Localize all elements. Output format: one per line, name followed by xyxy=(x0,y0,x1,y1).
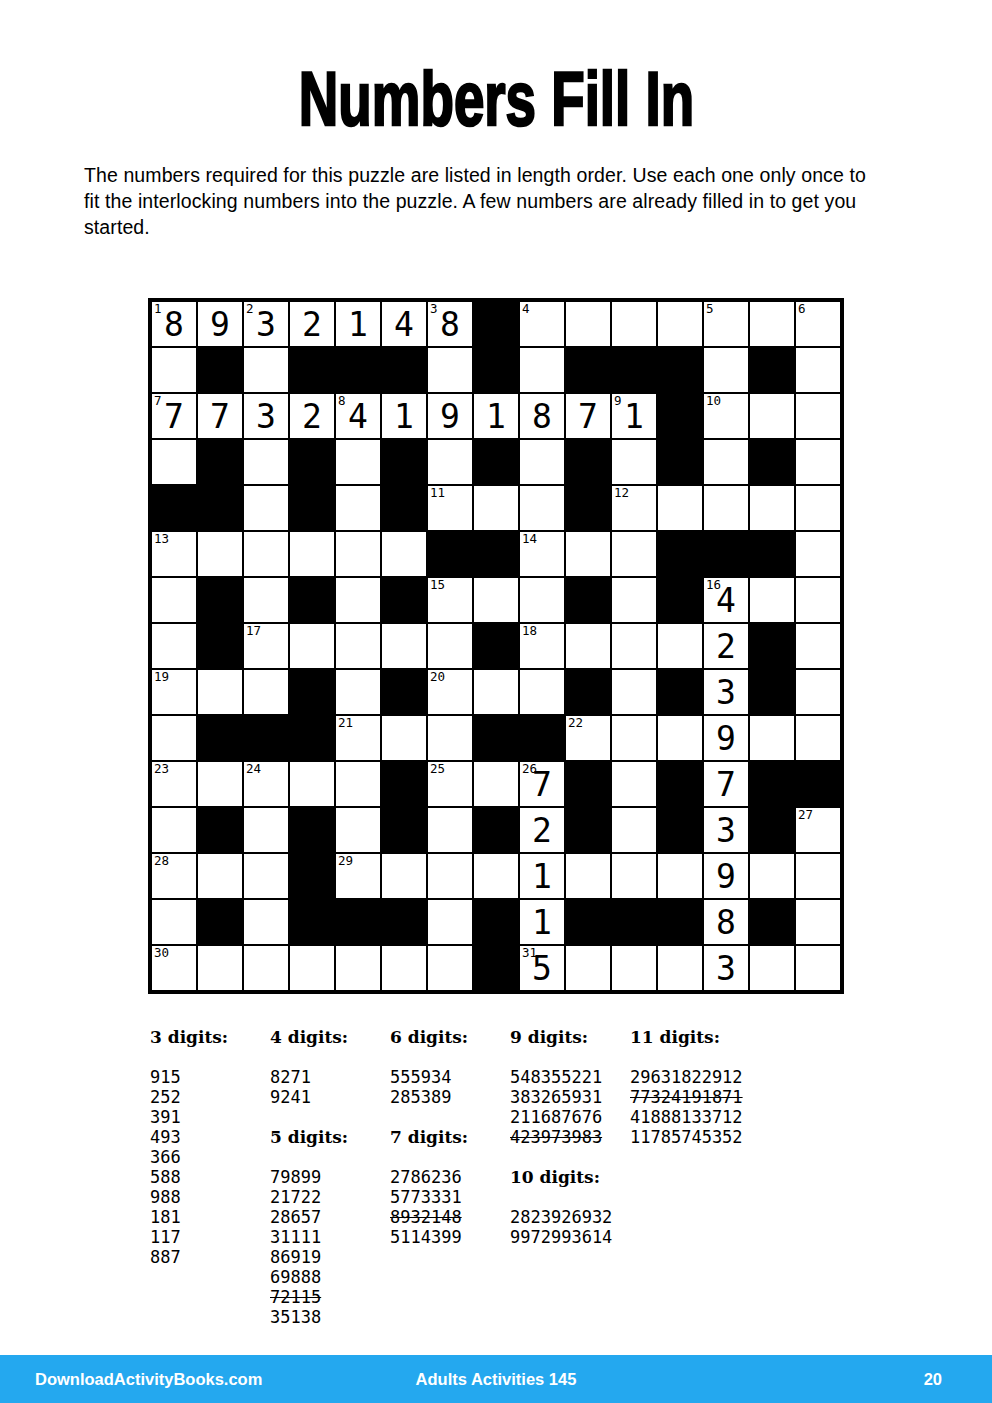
grid-cell-r2c3[interactable] xyxy=(243,347,289,393)
list-number: 21722 xyxy=(270,1187,390,1207)
grid-cell-r13c13[interactable]: 9 xyxy=(703,853,749,899)
grid-cell-r10c12[interactable] xyxy=(657,715,703,761)
grid-cell-r15c2[interactable] xyxy=(197,945,243,991)
grid-cell-r14c15[interactable] xyxy=(795,899,841,945)
grid-cell-r9c8[interactable] xyxy=(473,669,519,715)
grid-cell-r10c6[interactable] xyxy=(381,715,427,761)
cell-value: 7 xyxy=(198,394,242,438)
list-number-value: 5773331 xyxy=(390,1187,462,1207)
grid-cell-r10c11[interactable] xyxy=(611,715,657,761)
grid-cell-r5c6 xyxy=(381,485,427,531)
grid-cell-r4c7[interactable] xyxy=(427,439,473,485)
grid-cell-r4c3[interactable] xyxy=(243,439,289,485)
clue-number: 12 xyxy=(614,486,629,500)
grid-cell-r11c8[interactable] xyxy=(473,761,519,807)
grid-cell-r3c5[interactable]: 84 xyxy=(335,393,381,439)
list-number: 9972993614 xyxy=(510,1227,630,1247)
grid-cell-r6c14 xyxy=(749,531,795,577)
grid-cell-r8c10[interactable] xyxy=(565,623,611,669)
grid-cell-r10c9 xyxy=(519,715,565,761)
cell-value: 1 xyxy=(520,854,564,898)
grid-cell-r15c15[interactable] xyxy=(795,945,841,991)
grid-cell-r14c11 xyxy=(611,899,657,945)
grid-cell-r3c2[interactable]: 7 xyxy=(197,393,243,439)
grid-cell-r1c6[interactable]: 4 xyxy=(381,301,427,347)
grid-cell-r1c2[interactable]: 9 xyxy=(197,301,243,347)
grid-cell-r7c2 xyxy=(197,577,243,623)
grid-cell-r8c1[interactable] xyxy=(151,623,197,669)
grid-cell-r1c11[interactable] xyxy=(611,301,657,347)
cell-value: 3 xyxy=(704,808,748,852)
grid-cell-r5c4 xyxy=(289,485,335,531)
list-number: 9241 xyxy=(270,1087,390,1107)
grid-cell-r11c11[interactable] xyxy=(611,761,657,807)
clue-number: 14 xyxy=(522,532,537,546)
clue-number: 8 xyxy=(338,394,346,408)
grid-cell-r3c13[interactable]: 10 xyxy=(703,393,749,439)
grid-cell-r8c4[interactable] xyxy=(289,623,335,669)
grid-cell-r10c2 xyxy=(197,715,243,761)
clue-number: 28 xyxy=(154,854,169,868)
grid-cell-r4c4 xyxy=(289,439,335,485)
grid-cell-r9c7[interactable]: 20 xyxy=(427,669,473,715)
grid-cell-r1c1[interactable]: 18 xyxy=(151,301,197,347)
list-number-value: 181 xyxy=(150,1207,181,1227)
grid-cell-r1c15[interactable]: 6 xyxy=(795,301,841,347)
clue-number: 4 xyxy=(522,302,530,316)
cell-value: 2 xyxy=(290,302,334,346)
grid-cell-r7c8[interactable] xyxy=(473,577,519,623)
grid-cell-r13c11[interactable] xyxy=(611,853,657,899)
grid-cell-r12c13[interactable]: 3 xyxy=(703,807,749,853)
cell-value: 1 xyxy=(336,302,380,346)
grid-cell-r6c3[interactable] xyxy=(243,531,289,577)
grid-cell-r13c1[interactable]: 28 xyxy=(151,853,197,899)
grid-cell-r3c8[interactable]: 1 xyxy=(473,393,519,439)
grid-cell-r7c6 xyxy=(381,577,427,623)
list-number-crossed-out: 72115 xyxy=(270,1287,333,1307)
grid-cell-r14c10 xyxy=(565,899,611,945)
grid-cell-r15c4[interactable] xyxy=(289,945,335,991)
grid-cell-r15c5[interactable] xyxy=(335,945,381,991)
grid-cell-r15c9[interactable]: 315 xyxy=(519,945,565,991)
grid-cell-r2c4 xyxy=(289,347,335,393)
grid-cell-r6c10[interactable] xyxy=(565,531,611,577)
grid-cell-r14c1[interactable] xyxy=(151,899,197,945)
grid-cell-r6c12 xyxy=(657,531,703,577)
list-number-crossed-out: 8932148 xyxy=(390,1207,474,1227)
grid-cell-r5c3[interactable] xyxy=(243,485,289,531)
list-header: 4 digits: xyxy=(270,1027,390,1047)
grid-cell-r3c11[interactable]: 91 xyxy=(611,393,657,439)
grid-cell-r13c2[interactable] xyxy=(197,853,243,899)
grid-cell-r1c9[interactable]: 4 xyxy=(519,301,565,347)
grid-cell-r12c11[interactable] xyxy=(611,807,657,853)
list-number-value: 988 xyxy=(150,1187,181,1207)
grid-cell-r5c10 xyxy=(565,485,611,531)
list-header: 5 digits: xyxy=(270,1127,390,1147)
grid-cell-r1c14[interactable] xyxy=(749,301,795,347)
list-number: 383265931 xyxy=(510,1087,630,1107)
list-header: 3 digits: xyxy=(150,1027,270,1047)
list-number-value: 21722 xyxy=(270,1187,321,1207)
grid-cell-r2c1[interactable] xyxy=(151,347,197,393)
list-header: 7 digits: xyxy=(390,1127,510,1147)
grid-cell-r8c7[interactable] xyxy=(427,623,473,669)
grid-cell-r10c1[interactable] xyxy=(151,715,197,761)
grid-cell-r8c8 xyxy=(473,623,519,669)
grid-cell-r5c5[interactable] xyxy=(335,485,381,531)
list-number: 493 xyxy=(150,1127,270,1147)
grid-cell-r6c9[interactable]: 14 xyxy=(519,531,565,577)
clue-number: 10 xyxy=(706,394,721,408)
list-section-3-digits: 3 digits:915252391493366588988181117887 xyxy=(150,1027,270,1267)
list-number-crossed-out: 423973983 xyxy=(510,1127,614,1147)
grid-cell-r5c12[interactable] xyxy=(657,485,703,531)
grid-cell-r11c5[interactable] xyxy=(335,761,381,807)
clue-number: 9 xyxy=(614,394,622,408)
list-number-value: 252 xyxy=(150,1087,181,1107)
grid-cell-r10c10[interactable]: 22 xyxy=(565,715,611,761)
list-number: 8271 xyxy=(270,1067,390,1087)
grid-cell-r13c14[interactable] xyxy=(749,853,795,899)
clue-number: 5 xyxy=(706,302,714,316)
grid-cell-r4c6 xyxy=(381,439,427,485)
grid-cell-r5c1 xyxy=(151,485,197,531)
grid-cell-r3c14[interactable] xyxy=(749,393,795,439)
grid-cell-r11c13[interactable]: 7 xyxy=(703,761,749,807)
grid-cell-r9c9[interactable] xyxy=(519,669,565,715)
list-number: 2823926932 xyxy=(510,1207,630,1227)
list-number-value: 493 xyxy=(150,1127,181,1147)
grid-cell-r9c2[interactable] xyxy=(197,669,243,715)
grid-cell-r4c15[interactable] xyxy=(795,439,841,485)
grid-cell-r13c8[interactable] xyxy=(473,853,519,899)
grid-cell-r7c15[interactable] xyxy=(795,577,841,623)
grid-cell-r7c1[interactable] xyxy=(151,577,197,623)
grid-cell-r12c3[interactable] xyxy=(243,807,289,853)
grid-cell-r15c6[interactable] xyxy=(381,945,427,991)
grid-cell-r8c11[interactable] xyxy=(611,623,657,669)
grid-cell-r2c11 xyxy=(611,347,657,393)
grid-cell-r10c13[interactable]: 9 xyxy=(703,715,749,761)
grid-cell-r15c10[interactable] xyxy=(565,945,611,991)
grid-cell-r10c3 xyxy=(243,715,289,761)
page-title: Numbers Fill In xyxy=(298,60,693,138)
grid-cell-r9c5[interactable] xyxy=(335,669,381,715)
grid-cell-r5c14[interactable] xyxy=(749,485,795,531)
grid-cell-r15c14[interactable] xyxy=(749,945,795,991)
grid-cell-r13c12[interactable] xyxy=(657,853,703,899)
list-number-value: 2823926932 xyxy=(510,1207,612,1227)
grid-cell-r13c9[interactable]: 1 xyxy=(519,853,565,899)
grid-cell-r13c3[interactable] xyxy=(243,853,289,899)
grid-cell-r3c1[interactable]: 77 xyxy=(151,393,197,439)
list-number-value: 2786236 xyxy=(390,1167,462,1187)
list-number: 588 xyxy=(150,1167,270,1187)
grid-cell-r1c5[interactable]: 1 xyxy=(335,301,381,347)
grid-cell-r12c14 xyxy=(749,807,795,853)
grid-cell-r15c1[interactable]: 30 xyxy=(151,945,197,991)
grid-cell-r5c2 xyxy=(197,485,243,531)
grid-cell-r3c10[interactable]: 7 xyxy=(565,393,611,439)
grid-cell-r12c6 xyxy=(381,807,427,853)
clue-number: 20 xyxy=(430,670,445,684)
grid-cell-r8c15[interactable] xyxy=(795,623,841,669)
grid-cell-r3c4[interactable]: 2 xyxy=(289,393,335,439)
list-number: 35138 xyxy=(270,1307,390,1327)
grid-cell-r13c6[interactable] xyxy=(381,853,427,899)
grid-cell-r9c13[interactable]: 3 xyxy=(703,669,749,715)
cell-value: 2 xyxy=(704,624,748,668)
grid-cell-r12c7[interactable] xyxy=(427,807,473,853)
grid-cell-r4c14 xyxy=(749,439,795,485)
grid-cell-r14c3[interactable] xyxy=(243,899,289,945)
list-number: 555934 xyxy=(390,1067,510,1087)
grid-cell-r12c8 xyxy=(473,807,519,853)
list-number-value: 31111 xyxy=(270,1227,321,1247)
grid-cell-r9c14 xyxy=(749,669,795,715)
list-number-value: 383265931 xyxy=(510,1087,602,1107)
list-number-crossed-out: 77324191871 xyxy=(630,1087,755,1107)
cell-value: 3 xyxy=(704,670,748,714)
list-number: 2786236 xyxy=(390,1167,510,1187)
grid-cell-r12c1[interactable] xyxy=(151,807,197,853)
grid-cell-r4c5[interactable] xyxy=(335,439,381,485)
grid-cell-r5c15[interactable] xyxy=(795,485,841,531)
list-section-4-digits: 4 digits:82719241 xyxy=(270,1027,390,1107)
grid-cell-r13c15[interactable] xyxy=(795,853,841,899)
list-number: 252 xyxy=(150,1087,270,1107)
grid-cell-r8c6[interactable] xyxy=(381,623,427,669)
list-number: 181 xyxy=(150,1207,270,1227)
list-number: 548355221 xyxy=(510,1067,630,1087)
grid-cell-r3c9[interactable]: 8 xyxy=(519,393,565,439)
grid-cell-r4c1[interactable] xyxy=(151,439,197,485)
cell-value: 1 xyxy=(520,900,564,944)
grid-cell-r8c5[interactable] xyxy=(335,623,381,669)
clue-number: 27 xyxy=(798,808,813,822)
grid-cell-r15c13[interactable]: 3 xyxy=(703,945,749,991)
grid-cell-r4c11[interactable] xyxy=(611,439,657,485)
grid-cell-r7c13[interactable]: 164 xyxy=(703,577,749,623)
list-number: 366 xyxy=(150,1147,270,1167)
list-number: 5773331 xyxy=(390,1187,510,1207)
grid-cell-r1c10[interactable] xyxy=(565,301,611,347)
grid-cell-r8c9[interactable]: 18 xyxy=(519,623,565,669)
grid-cell-r15c7[interactable] xyxy=(427,945,473,991)
grid-cell-r11c1[interactable]: 23 xyxy=(151,761,197,807)
footer-page-number: 20 xyxy=(924,1355,942,1403)
grid-cell-r6c15[interactable] xyxy=(795,531,841,577)
clue-number: 1 xyxy=(154,302,162,316)
grid-cell-r9c15[interactable] xyxy=(795,669,841,715)
grid-cell-r7c12 xyxy=(657,577,703,623)
grid-cell-r7c7[interactable]: 15 xyxy=(427,577,473,623)
list-number-value: 5114399 xyxy=(390,1227,462,1247)
grid-cell-r2c2 xyxy=(197,347,243,393)
number-lists: 3 digits:9152523914933665889881811178874… xyxy=(150,1027,750,1327)
list-section-6-digits: 6 digits:555934285389 xyxy=(390,1027,510,1107)
grid-cell-r14c2 xyxy=(197,899,243,945)
cell-value: 1 xyxy=(382,394,426,438)
grid-cell-r7c11[interactable] xyxy=(611,577,657,623)
list-number-value: 69888 xyxy=(270,1267,321,1287)
list-number: 988 xyxy=(150,1187,270,1207)
clue-number: 16 xyxy=(706,578,721,592)
list-number-value: 35138 xyxy=(270,1307,321,1327)
clue-number: 17 xyxy=(246,624,261,638)
grid-cell-r2c15[interactable] xyxy=(795,347,841,393)
grid-cell-r12c15[interactable]: 27 xyxy=(795,807,841,853)
cell-value: 9 xyxy=(704,854,748,898)
grid-cell-r7c5[interactable] xyxy=(335,577,381,623)
grid-cell-r4c9[interactable] xyxy=(519,439,565,485)
grid-cell-r14c9[interactable]: 1 xyxy=(519,899,565,945)
puzzle-grid: 1892321438456777328419187911011121314151… xyxy=(148,298,844,994)
grid-cell-r9c11[interactable] xyxy=(611,669,657,715)
grid-cell-r2c12 xyxy=(657,347,703,393)
cell-value: 9 xyxy=(428,394,472,438)
grid-cell-r2c13[interactable] xyxy=(703,347,749,393)
grid-cell-r5c8[interactable] xyxy=(473,485,519,531)
clue-number: 13 xyxy=(154,532,169,546)
grid-cell-r10c5[interactable]: 21 xyxy=(335,715,381,761)
list-number: 285389 xyxy=(390,1087,510,1107)
grid-cell-r15c3[interactable] xyxy=(243,945,289,991)
grid-cell-r11c10 xyxy=(565,761,611,807)
grid-cell-r13c7[interactable] xyxy=(427,853,473,899)
grid-cell-r12c2 xyxy=(197,807,243,853)
grid-cell-r12c5[interactable] xyxy=(335,807,381,853)
grid-cell-r2c14 xyxy=(749,347,795,393)
grid-cell-r3c12 xyxy=(657,393,703,439)
grid-cell-r12c9[interactable]: 2 xyxy=(519,807,565,853)
grid-cell-r10c15[interactable] xyxy=(795,715,841,761)
cell-value: 4 xyxy=(382,302,426,346)
number-list-column-3: 6 digits:5559342853897 digits:2786236577… xyxy=(390,1027,510,1327)
grid-cell-r6c1[interactable]: 13 xyxy=(151,531,197,577)
grid-cell-r5c13[interactable] xyxy=(703,485,749,531)
grid-cell-r11c15 xyxy=(795,761,841,807)
grid-cell-r9c3[interactable] xyxy=(243,669,289,715)
grid-cell-r6c2[interactable] xyxy=(197,531,243,577)
grid-cell-r1c3[interactable]: 23 xyxy=(243,301,289,347)
grid-cell-r8c3[interactable]: 17 xyxy=(243,623,289,669)
grid-cell-r11c2[interactable] xyxy=(197,761,243,807)
grid-cell-r5c11[interactable]: 12 xyxy=(611,485,657,531)
grid-cell-r1c13[interactable]: 5 xyxy=(703,301,749,347)
grid-cell-r14c8 xyxy=(473,899,519,945)
cell-value: 1 xyxy=(474,394,518,438)
list-number: 8932148 xyxy=(390,1207,510,1227)
grid-cell-r10c7[interactable] xyxy=(427,715,473,761)
grid-cell-r6c5[interactable] xyxy=(335,531,381,577)
grid-cell-r14c13[interactable]: 8 xyxy=(703,899,749,945)
clue-number: 21 xyxy=(338,716,353,730)
grid-cell-r13c10[interactable] xyxy=(565,853,611,899)
grid-cell-r11c9[interactable]: 267 xyxy=(519,761,565,807)
list-number-value: 9972993614 xyxy=(510,1227,612,1247)
grid-cell-r10c14[interactable] xyxy=(749,715,795,761)
grid-cell-r6c4[interactable] xyxy=(289,531,335,577)
grid-cell-r15c11[interactable] xyxy=(611,945,657,991)
grid-cell-r4c13[interactable] xyxy=(703,439,749,485)
grid-cell-r13c4 xyxy=(289,853,335,899)
grid-cell-r11c7[interactable]: 25 xyxy=(427,761,473,807)
grid-cell-r8c12[interactable] xyxy=(657,623,703,669)
grid-cell-r5c7[interactable]: 11 xyxy=(427,485,473,531)
list-number-value: 391 xyxy=(150,1107,181,1127)
list-number-value: 548355221 xyxy=(510,1067,602,1087)
grid-cell-r2c9[interactable] xyxy=(519,347,565,393)
clue-number: 30 xyxy=(154,946,169,960)
grid-cell-r14c4 xyxy=(289,899,335,945)
grid-cell-r7c3[interactable] xyxy=(243,577,289,623)
clue-number: 26 xyxy=(522,762,537,776)
grid-cell-r14c7[interactable] xyxy=(427,899,473,945)
grid-cell-r11c14 xyxy=(749,761,795,807)
grid-cell-r2c8 xyxy=(473,347,519,393)
cell-value: 9 xyxy=(198,302,242,346)
grid-cell-r8c13[interactable]: 2 xyxy=(703,623,749,669)
list-number: 79899 xyxy=(270,1167,390,1187)
grid-cell-r3c7[interactable]: 9 xyxy=(427,393,473,439)
list-number-value: 28657 xyxy=(270,1207,321,1227)
grid-cell-r9c1[interactable]: 19 xyxy=(151,669,197,715)
grid-cell-r3c3[interactable]: 3 xyxy=(243,393,289,439)
grid-cell-r5c9[interactable] xyxy=(519,485,565,531)
list-number-value: 555934 xyxy=(390,1067,451,1087)
list-number: 72115 xyxy=(270,1287,390,1307)
footer-bar: DownloadActivityBooks.com Adults Activit… xyxy=(0,1355,992,1403)
grid-cell-r7c14[interactable] xyxy=(749,577,795,623)
grid-cell-r11c4[interactable] xyxy=(289,761,335,807)
grid-cell-r7c9[interactable] xyxy=(519,577,565,623)
list-section-9-digits: 9 digits:5483552213832659312116876764239… xyxy=(510,1027,630,1147)
grid-cell-r4c2 xyxy=(197,439,243,485)
clue-number: 19 xyxy=(154,670,169,684)
grid-cell-r8c14 xyxy=(749,623,795,669)
grid-cell-r11c3[interactable]: 24 xyxy=(243,761,289,807)
grid-cell-r7c10 xyxy=(565,577,611,623)
grid-cell-r6c11[interactable] xyxy=(611,531,657,577)
grid-cell-r13c5[interactable]: 29 xyxy=(335,853,381,899)
grid-cell-r2c7[interactable] xyxy=(427,347,473,393)
grid-cell-r12c12 xyxy=(657,807,703,853)
list-section-10-digits: 10 digits:28239269329972993614 xyxy=(510,1167,630,1247)
list-number-value: 915 xyxy=(150,1067,181,1087)
grid-cell-r15c12[interactable] xyxy=(657,945,703,991)
list-number: 423973983 xyxy=(510,1127,630,1147)
grid-cell-r3c6[interactable]: 1 xyxy=(381,393,427,439)
grid-cell-r1c7[interactable]: 38 xyxy=(427,301,473,347)
grid-cell-r14c12 xyxy=(657,899,703,945)
grid-cell-r9c12 xyxy=(657,669,703,715)
grid-cell-r9c4 xyxy=(289,669,335,715)
list-number: 11785745352 xyxy=(630,1127,750,1147)
grid-cell-r6c6[interactable] xyxy=(381,531,427,577)
list-header: 9 digits: xyxy=(510,1027,630,1047)
grid-cell-r1c12[interactable] xyxy=(657,301,703,347)
puzzle-instructions: The numbers required for this puzzle are… xyxy=(84,162,884,240)
grid-cell-r4c8 xyxy=(473,439,519,485)
clue-number: 18 xyxy=(522,624,537,638)
grid-cell-r14c5 xyxy=(335,899,381,945)
grid-cell-r3c15[interactable] xyxy=(795,393,841,439)
grid-cell-r6c13 xyxy=(703,531,749,577)
grid-cell-r1c4[interactable]: 2 xyxy=(289,301,335,347)
